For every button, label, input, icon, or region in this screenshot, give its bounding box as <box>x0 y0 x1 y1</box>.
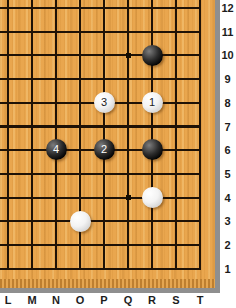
board-grid[interactable]: 1342 <box>0 0 212 280</box>
white-stone-R8[interactable]: 1 <box>142 92 163 113</box>
column-label-Q: Q <box>116 293 140 308</box>
intersection-R6[interactable] <box>140 138 164 162</box>
move-number-label: 2 <box>101 144 107 155</box>
star-point-Q4 <box>116 186 140 210</box>
column-label-S: S <box>164 293 188 308</box>
intersection-O3[interactable] <box>68 209 92 233</box>
row-label-11: 11 <box>220 24 235 40</box>
move-number-label: 4 <box>53 144 59 155</box>
row-label-2: 2 <box>220 237 235 253</box>
intersection-R10[interactable] <box>140 43 164 67</box>
star-point-marker <box>126 195 131 200</box>
column-label-R: R <box>140 293 164 308</box>
row-label-3: 3 <box>220 213 235 229</box>
white-stone-R4[interactable] <box>142 187 163 208</box>
black-stone-R10[interactable] <box>142 45 163 66</box>
go-board-panel: 1342 121110987654321 LMNOPQRST <box>0 0 236 308</box>
row-label-10: 10 <box>220 47 235 63</box>
white-stone-P8[interactable]: 3 <box>94 92 115 113</box>
column-label-O: O <box>68 293 92 308</box>
star-point-Q10 <box>116 43 140 67</box>
black-stone-N6[interactable]: 4 <box>46 139 67 160</box>
intersection-P6[interactable]: 2 <box>92 138 116 162</box>
column-label-N: N <box>44 293 68 308</box>
black-stone-P6[interactable]: 2 <box>94 139 115 160</box>
column-label-L: L <box>0 293 20 308</box>
intersection-N6[interactable]: 4 <box>44 138 68 162</box>
column-coordinates: LMNOPQRST <box>0 293 220 308</box>
move-number-label: 1 <box>149 97 155 108</box>
row-label-8: 8 <box>220 95 235 111</box>
column-label-P: P <box>92 293 116 308</box>
white-stone-O3[interactable] <box>70 211 91 232</box>
column-label-T: T <box>188 293 212 308</box>
intersection-P8[interactable]: 3 <box>92 91 116 115</box>
row-label-6: 6 <box>220 142 235 158</box>
intersection-R4[interactable] <box>140 186 164 210</box>
row-label-4: 4 <box>220 190 235 206</box>
black-stone-R6[interactable] <box>142 139 163 160</box>
row-label-12: 12 <box>220 0 235 16</box>
row-label-5: 5 <box>220 166 235 182</box>
row-label-9: 9 <box>220 71 235 87</box>
column-label-M: M <box>20 293 44 308</box>
star-point-marker <box>126 53 131 58</box>
row-label-7: 7 <box>220 119 235 135</box>
move-number-label: 3 <box>101 97 107 108</box>
row-label-1: 1 <box>220 261 235 277</box>
row-coordinates: 121110987654321 <box>220 0 236 293</box>
intersection-R8[interactable]: 1 <box>140 91 164 115</box>
go-board[interactable]: 1342 <box>0 0 220 293</box>
board-bottom-edge <box>0 279 215 288</box>
